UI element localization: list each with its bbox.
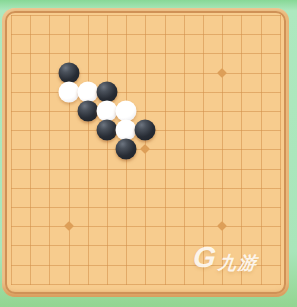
star-point — [64, 221, 74, 231]
stone-white — [77, 81, 98, 102]
stone-black — [135, 120, 156, 141]
stone-black — [97, 81, 118, 102]
star-point — [217, 221, 227, 231]
stone-black — [77, 101, 98, 122]
stone-white — [58, 81, 79, 102]
board-grid[interactable] — [11, 15, 281, 285]
stone-black — [116, 139, 137, 160]
star-point — [140, 144, 150, 154]
stone-white — [116, 120, 137, 141]
gomoku-app: G 九游 — [0, 0, 297, 307]
board — [2, 8, 289, 297]
stone-white — [97, 101, 118, 122]
stone-white — [116, 101, 137, 122]
stone-black — [58, 62, 79, 83]
stone-black — [97, 120, 118, 141]
star-point — [217, 68, 227, 78]
